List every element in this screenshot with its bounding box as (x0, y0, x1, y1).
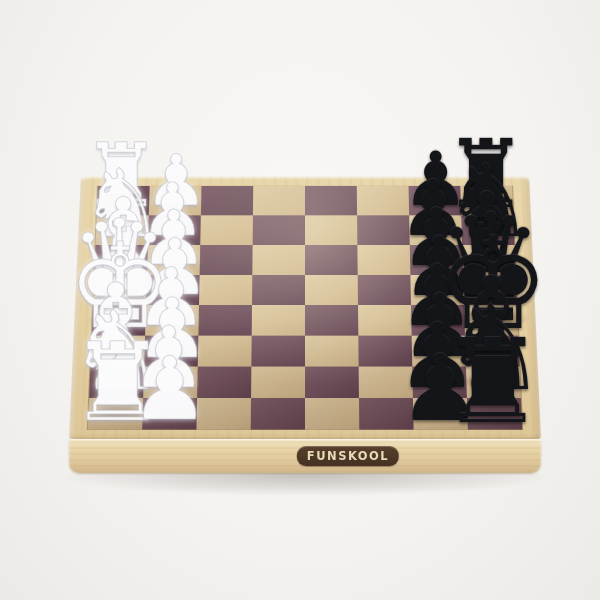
square-g5[interactable] (305, 367, 359, 398)
square-c4[interactable] (252, 245, 305, 275)
square-e5[interactable] (305, 305, 358, 336)
brand-badge: FUNSKOOL (297, 446, 399, 466)
piece-white-pawn[interactable]: ♟ (130, 345, 208, 432)
square-d4[interactable] (252, 275, 305, 305)
square-d5[interactable] (305, 275, 358, 305)
square-g4[interactable] (251, 367, 305, 398)
piece-black-rook[interactable]: ♜ (440, 322, 545, 439)
square-h5[interactable] (305, 398, 359, 430)
square-f5[interactable] (305, 336, 359, 367)
square-c5[interactable] (305, 245, 358, 275)
square-h4[interactable] (251, 398, 305, 430)
square-a5[interactable] (305, 186, 357, 215)
square-a4[interactable] (253, 186, 305, 215)
square-b5[interactable] (305, 215, 357, 245)
square-f4[interactable] (251, 336, 305, 367)
square-e4[interactable] (252, 305, 305, 336)
photo-scene: FUNSKOOL ♜♟♟♜♞♟♟♞♝♟♟♝♛♟♟♛♚♟♟♚♝♟♟♝♞♟♟♞♜♟♟… (0, 0, 600, 600)
square-b4[interactable] (253, 215, 305, 245)
brand-badge-label: FUNSKOOL (307, 449, 389, 463)
square-a3[interactable] (201, 186, 253, 215)
